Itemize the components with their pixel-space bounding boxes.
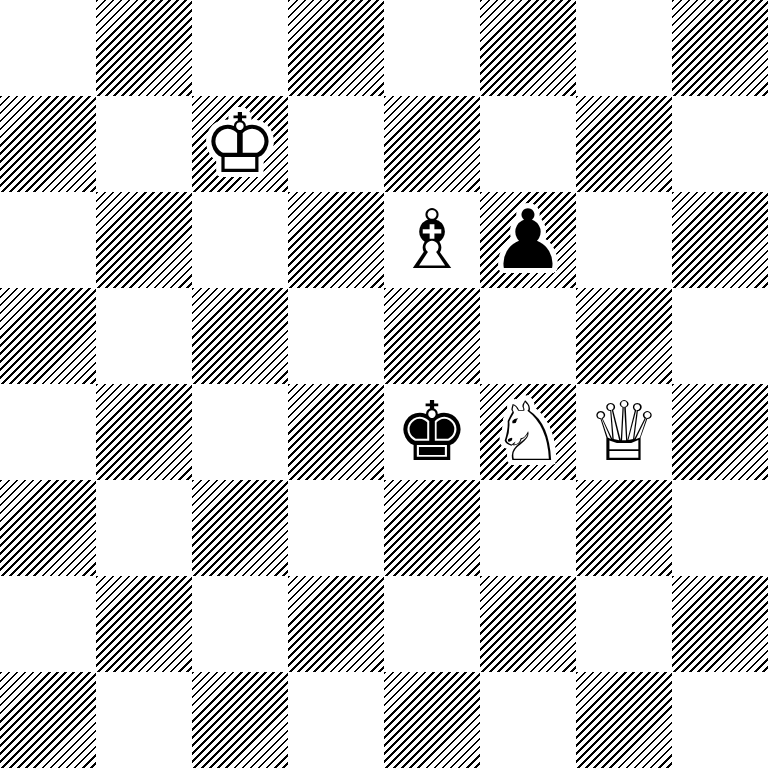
square-h7[interactable]	[672, 96, 768, 192]
square-e8[interactable]	[384, 0, 480, 96]
piece-glyph: ♔	[192, 96, 288, 192]
square-g6[interactable]	[576, 192, 672, 288]
square-c5[interactable]	[192, 288, 288, 384]
square-b6[interactable]	[96, 192, 192, 288]
piece-glyph: ♘	[480, 384, 576, 480]
square-c7[interactable]: ♚♔	[192, 96, 288, 192]
square-b2[interactable]	[96, 576, 192, 672]
square-g7[interactable]	[576, 96, 672, 192]
piece-glyph: ♚	[384, 384, 480, 480]
square-c2[interactable]	[192, 576, 288, 672]
piece-glyph: ♕	[576, 384, 672, 480]
square-f6[interactable]: ♟♟	[480, 192, 576, 288]
square-b3[interactable]	[96, 480, 192, 576]
piece-black-king[interactable]: ♚♚	[384, 384, 480, 480]
square-e1[interactable]	[384, 672, 480, 768]
square-d5[interactable]	[288, 288, 384, 384]
square-h8[interactable]	[672, 0, 768, 96]
square-g8[interactable]	[576, 0, 672, 96]
square-d2[interactable]	[288, 576, 384, 672]
square-g1[interactable]	[576, 672, 672, 768]
square-c8[interactable]	[192, 0, 288, 96]
square-g3[interactable]	[576, 480, 672, 576]
piece-glyph: ♗	[384, 192, 480, 288]
square-h4[interactable]	[672, 384, 768, 480]
square-d1[interactable]	[288, 672, 384, 768]
piece-white-king[interactable]: ♚♔	[192, 96, 288, 192]
square-b4[interactable]	[96, 384, 192, 480]
square-a6[interactable]	[0, 192, 96, 288]
square-f3[interactable]	[480, 480, 576, 576]
piece-black-pawn[interactable]: ♟♟	[480, 192, 576, 288]
square-e3[interactable]	[384, 480, 480, 576]
square-b7[interactable]	[96, 96, 192, 192]
chess-board: ♚♔♝♗♟♟♚♚♞♘♛♕	[0, 0, 768, 768]
square-h5[interactable]	[672, 288, 768, 384]
square-d8[interactable]	[288, 0, 384, 96]
square-e4[interactable]: ♚♚	[384, 384, 480, 480]
square-a4[interactable]	[0, 384, 96, 480]
square-g5[interactable]	[576, 288, 672, 384]
piece-white-knight[interactable]: ♞♘	[480, 384, 576, 480]
square-d3[interactable]	[288, 480, 384, 576]
square-h6[interactable]	[672, 192, 768, 288]
square-d7[interactable]	[288, 96, 384, 192]
square-f5[interactable]	[480, 288, 576, 384]
square-b5[interactable]	[96, 288, 192, 384]
square-c3[interactable]	[192, 480, 288, 576]
square-f7[interactable]	[480, 96, 576, 192]
square-a3[interactable]	[0, 480, 96, 576]
square-a8[interactable]	[0, 0, 96, 96]
square-f8[interactable]	[480, 0, 576, 96]
square-a7[interactable]	[0, 96, 96, 192]
square-a1[interactable]	[0, 672, 96, 768]
piece-glyph: ♟	[480, 192, 576, 288]
square-c1[interactable]	[192, 672, 288, 768]
square-g4[interactable]: ♛♕	[576, 384, 672, 480]
square-h1[interactable]	[672, 672, 768, 768]
piece-white-queen[interactable]: ♛♕	[576, 384, 672, 480]
square-e6[interactable]: ♝♗	[384, 192, 480, 288]
square-a5[interactable]	[0, 288, 96, 384]
square-c6[interactable]	[192, 192, 288, 288]
square-e7[interactable]	[384, 96, 480, 192]
square-f1[interactable]	[480, 672, 576, 768]
square-f2[interactable]	[480, 576, 576, 672]
piece-white-bishop[interactable]: ♝♗	[384, 192, 480, 288]
square-d6[interactable]	[288, 192, 384, 288]
square-c4[interactable]	[192, 384, 288, 480]
square-d4[interactable]	[288, 384, 384, 480]
square-f4[interactable]: ♞♘	[480, 384, 576, 480]
square-a2[interactable]	[0, 576, 96, 672]
square-b8[interactable]	[96, 0, 192, 96]
square-b1[interactable]	[96, 672, 192, 768]
square-h3[interactable]	[672, 480, 768, 576]
square-h2[interactable]	[672, 576, 768, 672]
square-g2[interactable]	[576, 576, 672, 672]
square-e5[interactable]	[384, 288, 480, 384]
square-e2[interactable]	[384, 576, 480, 672]
